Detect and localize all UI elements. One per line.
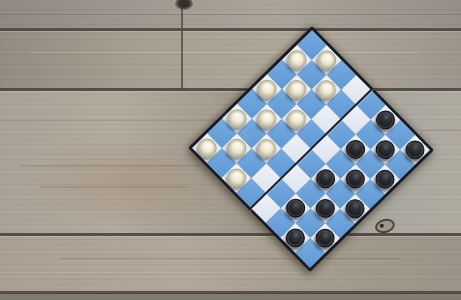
wood-knot-center [379, 223, 384, 228]
photo-scene: ⛀⛂⛂⛀⛀⛂⛀⛂⛂⛀⛀⛂⛀⛂⛂⛀⛀⛂⛀⛂⛂⛀⛀⛂ ©特好图网 ©特好图网 [0, 0, 461, 300]
